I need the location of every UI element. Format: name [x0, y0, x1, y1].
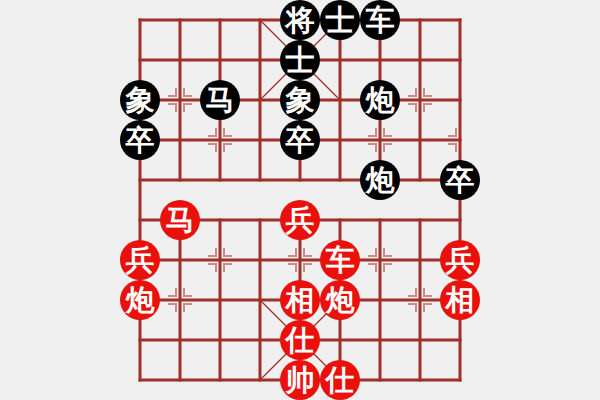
piece-red-elephant[interactable]: 相: [440, 280, 480, 320]
piece-black-cannon[interactable]: 炮: [360, 160, 400, 200]
piece-black-cannon[interactable]: 炮: [360, 80, 400, 120]
piece-black-soldier[interactable]: 卒: [120, 120, 160, 160]
piece-black-soldier[interactable]: 卒: [440, 160, 480, 200]
piece-black-horse[interactable]: 马: [200, 80, 240, 120]
piece-red-general[interactable]: 帅: [280, 360, 320, 400]
piece-black-advisor[interactable]: 士: [320, 0, 360, 40]
piece-red-elephant[interactable]: 相: [280, 280, 320, 320]
xiangqi-board: 将士车士象马象炮卒卒炮卒马兵兵车兵炮相炮相仕帅仕: [120, 0, 480, 400]
piece-red-horse[interactable]: 马: [160, 200, 200, 240]
piece-red-advisor[interactable]: 仕: [280, 320, 320, 360]
piece-black-chariot[interactable]: 车: [360, 0, 400, 40]
piece-black-soldier[interactable]: 卒: [280, 120, 320, 160]
piece-red-chariot[interactable]: 车: [320, 240, 360, 280]
piece-black-elephant[interactable]: 象: [120, 80, 160, 120]
xiangqi-app-canvas: 将士车士象马象炮卒卒炮卒马兵兵车兵炮相炮相仕帅仕: [0, 0, 600, 400]
piece-black-general[interactable]: 将: [280, 0, 320, 40]
piece-red-soldier[interactable]: 兵: [280, 200, 320, 240]
piece-black-elephant[interactable]: 象: [280, 80, 320, 120]
piece-red-cannon[interactable]: 炮: [120, 280, 160, 320]
piece-red-cannon[interactable]: 炮: [320, 280, 360, 320]
piece-red-soldier[interactable]: 兵: [440, 240, 480, 280]
piece-red-soldier[interactable]: 兵: [120, 240, 160, 280]
piece-red-advisor[interactable]: 仕: [320, 360, 360, 400]
piece-black-advisor[interactable]: 士: [280, 40, 320, 80]
